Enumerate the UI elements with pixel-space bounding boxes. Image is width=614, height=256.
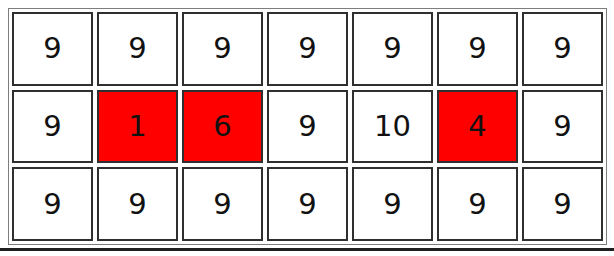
grid-cell-r1c4[interactable]: 9 <box>267 12 348 86</box>
grid-cell-r3c2[interactable]: 9 <box>97 167 178 241</box>
puzzle-grid: 9999999916910499999999 <box>8 8 607 245</box>
grid-cell-r3c5[interactable]: 9 <box>352 167 433 241</box>
grid-cell-r2c3[interactable]: 6 <box>182 90 263 164</box>
grid-cell-r2c5[interactable]: 10 <box>352 90 433 164</box>
grid-cell-r1c2[interactable]: 9 <box>97 12 178 86</box>
bottom-divider <box>0 248 614 251</box>
grid-cell-r2c1[interactable]: 9 <box>12 90 93 164</box>
grid-cell-r1c6[interactable]: 9 <box>437 12 518 86</box>
grid-cell-r1c3[interactable]: 9 <box>182 12 263 86</box>
grid-cell-r1c1[interactable]: 9 <box>12 12 93 86</box>
grid-cell-r2c4[interactable]: 9 <box>267 90 348 164</box>
grid-cell-r3c1[interactable]: 9 <box>12 167 93 241</box>
grid-cell-r3c4[interactable]: 9 <box>267 167 348 241</box>
grid-cell-r2c7[interactable]: 9 <box>522 90 603 164</box>
grid-cell-r2c6[interactable]: 4 <box>437 90 518 164</box>
grid-cell-r1c7[interactable]: 9 <box>522 12 603 86</box>
grid-cell-r3c3[interactable]: 9 <box>182 167 263 241</box>
grid-cell-r3c6[interactable]: 9 <box>437 167 518 241</box>
grid-cell-r1c5[interactable]: 9 <box>352 12 433 86</box>
grid-cell-r2c2[interactable]: 1 <box>97 90 178 164</box>
grid-cell-r3c7[interactable]: 9 <box>522 167 603 241</box>
